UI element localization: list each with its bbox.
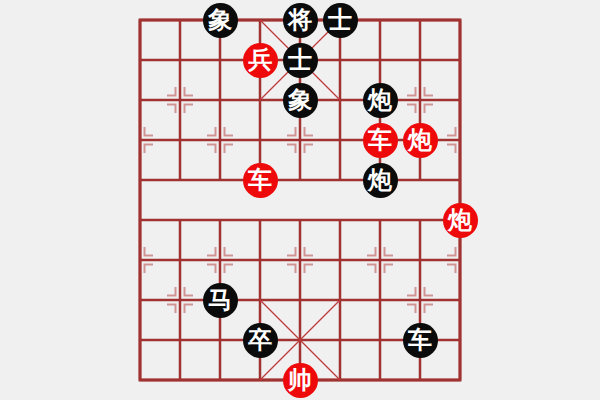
piece-red-general[interactable]: 帅 [283,363,318,398]
piece-red-chariot[interactable]: 车 [363,123,398,158]
piece-red-cannon[interactable]: 炮 [443,203,478,238]
pieces-layer: 象将士兵士象炮车炮车炮炮马卒车帅 [140,20,460,380]
piece-red-soldier[interactable]: 兵 [243,43,278,78]
piece-black-soldier[interactable]: 卒 [243,323,278,358]
piece-black-chariot[interactable]: 车 [403,323,438,358]
piece-black-advisor[interactable]: 士 [283,43,318,78]
piece-black-elephant[interactable]: 象 [283,83,318,118]
piece-black-cannon[interactable]: 炮 [363,163,398,198]
piece-black-elephant[interactable]: 象 [203,3,238,38]
piece-black-advisor[interactable]: 士 [323,3,358,38]
piece-red-chariot[interactable]: 车 [243,163,278,198]
piece-red-cannon[interactable]: 炮 [403,123,438,158]
screenshot-root: 象将士兵士象炮车炮车炮炮马卒车帅 [0,0,600,400]
xiangqi-board[interactable]: 象将士兵士象炮车炮车炮炮马卒车帅 [140,20,460,380]
piece-black-horse[interactable]: 马 [203,283,238,318]
piece-black-cannon[interactable]: 炮 [363,83,398,118]
piece-black-general[interactable]: 将 [283,3,318,38]
